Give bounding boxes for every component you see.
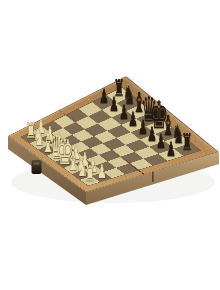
brass-dot (195, 140, 199, 142)
fold-seam-notch (152, 171, 154, 182)
brass-dot (184, 157, 188, 159)
brass-dot (146, 100, 150, 102)
brass-dot (126, 84, 130, 86)
brass-dot (169, 162, 173, 164)
brass-dot (49, 118, 52, 120)
metal-clasp (32, 160, 42, 174)
brass-dot (176, 124, 180, 126)
brass-dot (50, 162, 53, 164)
brass-dot (42, 156, 45, 158)
brass-dot (73, 105, 76, 107)
brass-dot (126, 176, 129, 178)
brass-dot (90, 187, 93, 188)
brass-dot (38, 123, 41, 125)
brass-dot (116, 83, 120, 85)
brass-dot (33, 150, 36, 152)
brass-dot (136, 92, 140, 94)
product-photo-chess-set: { "game": "chess", "scene": { "descripti… (0, 0, 220, 290)
brass-dot (16, 138, 19, 140)
brass-dot (59, 168, 62, 170)
brass-dot (154, 167, 158, 169)
brass-dot (67, 174, 70, 175)
brass-dot (101, 183, 104, 184)
brass-dot (87, 98, 91, 100)
brass-dot (166, 117, 170, 119)
brass-dot (113, 180, 116, 182)
brass-dot (185, 132, 189, 134)
brass-dot (25, 144, 28, 146)
brass-dot (201, 152, 205, 154)
brass-dot (101, 91, 105, 93)
brass-dot (27, 129, 30, 131)
brass-dot (83, 186, 86, 187)
brass-dot (156, 108, 160, 110)
brass-dot (75, 180, 78, 181)
brass-dot (17, 134, 20, 136)
brass-dot (204, 148, 208, 150)
